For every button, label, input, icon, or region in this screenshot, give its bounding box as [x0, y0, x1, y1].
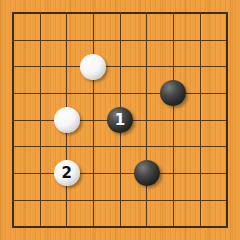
stone-white: [54, 107, 80, 133]
grid-line-horizontal: [12, 226, 227, 228]
grid-line-vertical: [173, 12, 174, 227]
grid-line-vertical: [146, 12, 147, 227]
stone-black: [134, 160, 160, 186]
stone-black: [160, 80, 186, 106]
move-number-label: 1: [115, 113, 125, 128]
stone-white: 2: [54, 160, 80, 186]
grid-line-vertical: [226, 12, 228, 227]
stone-black: 1: [107, 107, 133, 133]
go-board[interactable]: 12: [0, 0, 240, 240]
stone-white: [80, 54, 106, 80]
grid-line-horizontal: [12, 173, 227, 174]
grid-line-vertical: [200, 12, 201, 227]
move-number-label: 2: [61, 166, 71, 181]
grid-line-horizontal: [12, 200, 227, 201]
grid-line-horizontal: [12, 146, 227, 147]
